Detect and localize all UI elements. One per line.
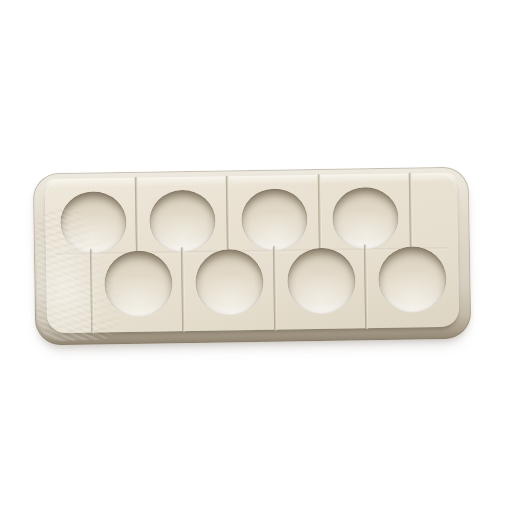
flat-top-right <box>411 173 458 250</box>
pit-top-4[interactable] <box>332 187 399 250</box>
pit-bottom-2[interactable] <box>195 249 264 316</box>
pit-top-2-cell <box>136 176 229 253</box>
pit-top-1-cell <box>45 178 138 255</box>
pit-grid <box>45 173 459 333</box>
mancala-tray <box>33 167 472 346</box>
pit-bottom-3[interactable] <box>287 247 356 314</box>
pit-top-3[interactable] <box>241 188 308 251</box>
pit-bottom-4[interactable] <box>378 246 447 313</box>
pit-bottom-2-cell <box>183 252 276 331</box>
pit-top-1[interactable] <box>60 191 127 254</box>
product-photo-canvas <box>0 0 512 512</box>
pit-bottom-1[interactable] <box>103 250 172 317</box>
pit-bottom-4-cell <box>366 249 459 328</box>
tray-top-plate <box>45 173 459 333</box>
flat-bottom-left <box>46 255 93 334</box>
pit-top-4-cell <box>319 173 412 250</box>
pit-bottom-1-cell <box>92 253 185 332</box>
pit-top-3-cell <box>228 175 321 252</box>
pit-top-2[interactable] <box>149 190 216 253</box>
pit-bottom-3-cell <box>275 250 368 329</box>
